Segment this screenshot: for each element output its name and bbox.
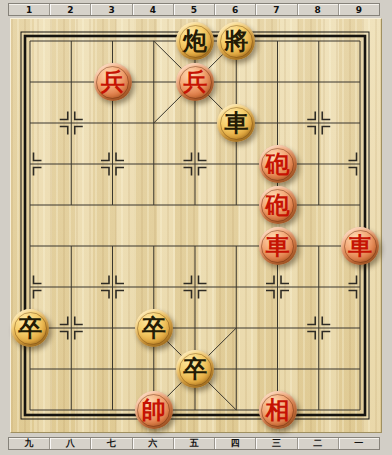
file-label-top-3: 3 [90, 4, 131, 15]
file-label-bottom-1: 九 [9, 438, 49, 449]
file-label-top-5: 5 [173, 4, 214, 15]
file-labels-bottom: 九八七六五四三二一 [8, 437, 380, 450]
piece-red-soldier[interactable]: 兵 [94, 63, 132, 101]
file-label-top-9: 9 [338, 4, 379, 15]
file-label-top-6: 6 [214, 4, 255, 15]
piece-black-soldier[interactable]: 卒 [11, 309, 49, 347]
file-label-bottom-3: 七 [90, 438, 131, 449]
file-label-bottom-9: 一 [338, 438, 379, 449]
xiangqi-game-window: 123456789 炮將兵兵車砲砲車車卒卒卒帥相 九八七六五四三二一 [0, 0, 392, 455]
file-label-bottom-8: 二 [297, 438, 338, 449]
xiangqi-board[interactable]: 炮將兵兵車砲砲車車卒卒卒帥相 [10, 18, 382, 433]
file-label-top-8: 8 [297, 4, 338, 15]
file-label-bottom-2: 八 [49, 438, 90, 449]
piece-black-chariot[interactable]: 車 [217, 104, 255, 142]
piece-red-soldier[interactable]: 兵 [176, 63, 214, 101]
piece-black-cannon[interactable]: 炮 [176, 22, 214, 60]
file-label-bottom-4: 六 [132, 438, 173, 449]
piece-red-cannon[interactable]: 砲 [259, 145, 297, 183]
piece-red-cannon[interactable]: 砲 [259, 186, 297, 224]
piece-red-elephant[interactable]: 相 [259, 391, 297, 429]
piece-red-chariot[interactable]: 車 [259, 227, 297, 265]
file-label-top-4: 4 [132, 4, 173, 15]
file-labels-top: 123456789 [8, 3, 380, 16]
piece-black-soldier[interactable]: 卒 [135, 309, 173, 347]
file-label-top-1: 1 [9, 4, 49, 15]
file-label-bottom-6: 四 [214, 438, 255, 449]
file-label-top-7: 7 [255, 4, 296, 15]
file-label-top-2: 2 [49, 4, 90, 15]
file-label-bottom-5: 五 [173, 438, 214, 449]
piece-black-soldier[interactable]: 卒 [176, 350, 214, 388]
piece-red-general[interactable]: 帥 [135, 391, 173, 429]
file-label-bottom-7: 三 [255, 438, 296, 449]
piece-black-general[interactable]: 將 [217, 22, 255, 60]
piece-red-chariot[interactable]: 車 [341, 227, 379, 265]
